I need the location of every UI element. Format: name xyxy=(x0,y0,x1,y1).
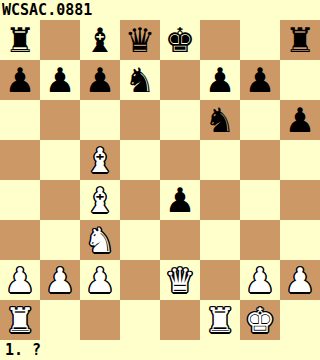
square-g3[interactable] xyxy=(240,220,280,260)
chess-board: ♜♝♛♚♜♟♟♟♞♟♟♞♟♝♝♟♞♟♟♟♛♟♟♜♜♚ xyxy=(0,20,320,340)
black-pawn-piece: ♟ xyxy=(85,60,115,100)
square-g5[interactable] xyxy=(240,140,280,180)
square-b4[interactable] xyxy=(40,180,80,220)
white-bishop-piece: ♝ xyxy=(85,140,115,180)
square-h4[interactable] xyxy=(280,180,320,220)
move-prompt: 1. ? xyxy=(0,340,320,360)
black-knight-piece: ♞ xyxy=(205,100,235,140)
square-f4[interactable] xyxy=(200,180,240,220)
square-c1[interactable] xyxy=(80,300,120,340)
white-bishop-piece: ♝ xyxy=(85,180,115,220)
square-c3[interactable]: ♞ xyxy=(80,220,120,260)
square-f6[interactable]: ♞ xyxy=(200,100,240,140)
black-king-piece: ♚ xyxy=(165,20,195,60)
white-knight-piece: ♞ xyxy=(85,220,115,260)
square-f7[interactable]: ♟ xyxy=(200,60,240,100)
white-rook-piece: ♜ xyxy=(205,300,235,340)
white-pawn-piece: ♟ xyxy=(285,260,315,300)
black-rook-piece: ♜ xyxy=(5,20,35,60)
black-rook-piece: ♜ xyxy=(285,20,315,60)
square-a6[interactable] xyxy=(0,100,40,140)
black-knight-piece: ♞ xyxy=(125,60,155,100)
square-a2[interactable]: ♟ xyxy=(0,260,40,300)
square-g1[interactable]: ♚ xyxy=(240,300,280,340)
square-g2[interactable]: ♟ xyxy=(240,260,280,300)
white-king-piece: ♚ xyxy=(245,300,275,340)
square-a3[interactable] xyxy=(0,220,40,260)
square-h7[interactable] xyxy=(280,60,320,100)
square-e5[interactable] xyxy=(160,140,200,180)
square-a7[interactable]: ♟ xyxy=(0,60,40,100)
square-e1[interactable] xyxy=(160,300,200,340)
square-f3[interactable] xyxy=(200,220,240,260)
white-queen-piece: ♛ xyxy=(165,260,195,300)
square-b6[interactable] xyxy=(40,100,80,140)
square-a4[interactable] xyxy=(0,180,40,220)
white-rook-piece: ♜ xyxy=(5,300,35,340)
square-d8[interactable]: ♛ xyxy=(120,20,160,60)
square-d5[interactable] xyxy=(120,140,160,180)
square-c5[interactable]: ♝ xyxy=(80,140,120,180)
square-b1[interactable] xyxy=(40,300,80,340)
square-b3[interactable] xyxy=(40,220,80,260)
black-pawn-piece: ♟ xyxy=(5,60,35,100)
square-f5[interactable] xyxy=(200,140,240,180)
square-e4[interactable]: ♟ xyxy=(160,180,200,220)
square-a5[interactable] xyxy=(0,140,40,180)
black-pawn-piece: ♟ xyxy=(205,60,235,100)
diagram-title: WCSAC.0881 xyxy=(0,0,320,20)
square-h1[interactable] xyxy=(280,300,320,340)
white-pawn-piece: ♟ xyxy=(5,260,35,300)
square-h5[interactable] xyxy=(280,140,320,180)
square-d7[interactable]: ♞ xyxy=(120,60,160,100)
white-pawn-piece: ♟ xyxy=(45,260,75,300)
black-pawn-piece: ♟ xyxy=(285,100,315,140)
square-d3[interactable] xyxy=(120,220,160,260)
square-a8[interactable]: ♜ xyxy=(0,20,40,60)
square-g8[interactable] xyxy=(240,20,280,60)
square-h2[interactable]: ♟ xyxy=(280,260,320,300)
square-e8[interactable]: ♚ xyxy=(160,20,200,60)
square-h3[interactable] xyxy=(280,220,320,260)
square-g7[interactable]: ♟ xyxy=(240,60,280,100)
square-e7[interactable] xyxy=(160,60,200,100)
square-e2[interactable]: ♛ xyxy=(160,260,200,300)
white-pawn-piece: ♟ xyxy=(245,260,275,300)
black-pawn-piece: ♟ xyxy=(45,60,75,100)
square-d1[interactable] xyxy=(120,300,160,340)
square-c8[interactable]: ♝ xyxy=(80,20,120,60)
square-e6[interactable] xyxy=(160,100,200,140)
square-c6[interactable] xyxy=(80,100,120,140)
square-g6[interactable] xyxy=(240,100,280,140)
chess-diagram-app: WCSAC.0881 ♜♝♛♚♜♟♟♟♞♟♟♞♟♝♝♟♞♟♟♟♛♟♟♜♜♚ 1.… xyxy=(0,0,320,360)
square-a1[interactable]: ♜ xyxy=(0,300,40,340)
black-pawn-piece: ♟ xyxy=(245,60,275,100)
square-h6[interactable]: ♟ xyxy=(280,100,320,140)
square-f2[interactable] xyxy=(200,260,240,300)
square-g4[interactable] xyxy=(240,180,280,220)
black-pawn-piece: ♟ xyxy=(165,180,195,220)
square-b7[interactable]: ♟ xyxy=(40,60,80,100)
square-d2[interactable] xyxy=(120,260,160,300)
square-c2[interactable]: ♟ xyxy=(80,260,120,300)
square-f1[interactable]: ♜ xyxy=(200,300,240,340)
black-queen-piece: ♛ xyxy=(125,20,155,60)
square-h8[interactable]: ♜ xyxy=(280,20,320,60)
square-d4[interactable] xyxy=(120,180,160,220)
square-f8[interactable] xyxy=(200,20,240,60)
square-c4[interactable]: ♝ xyxy=(80,180,120,220)
square-c7[interactable]: ♟ xyxy=(80,60,120,100)
square-b8[interactable] xyxy=(40,20,80,60)
white-pawn-piece: ♟ xyxy=(85,260,115,300)
square-d6[interactable] xyxy=(120,100,160,140)
square-b5[interactable] xyxy=(40,140,80,180)
square-e3[interactable] xyxy=(160,220,200,260)
square-b2[interactable]: ♟ xyxy=(40,260,80,300)
black-bishop-piece: ♝ xyxy=(85,20,115,60)
